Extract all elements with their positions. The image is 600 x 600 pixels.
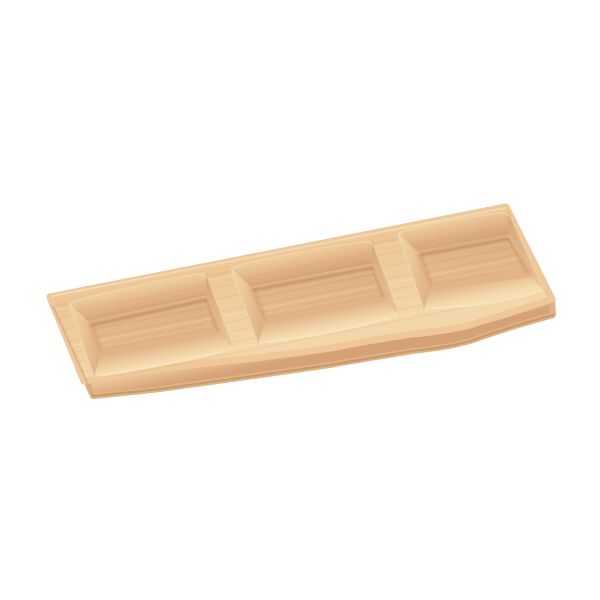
product-photo: Three-compartment wooden tray bbox=[0, 0, 600, 600]
wooden-tray-graphic bbox=[0, 0, 600, 600]
